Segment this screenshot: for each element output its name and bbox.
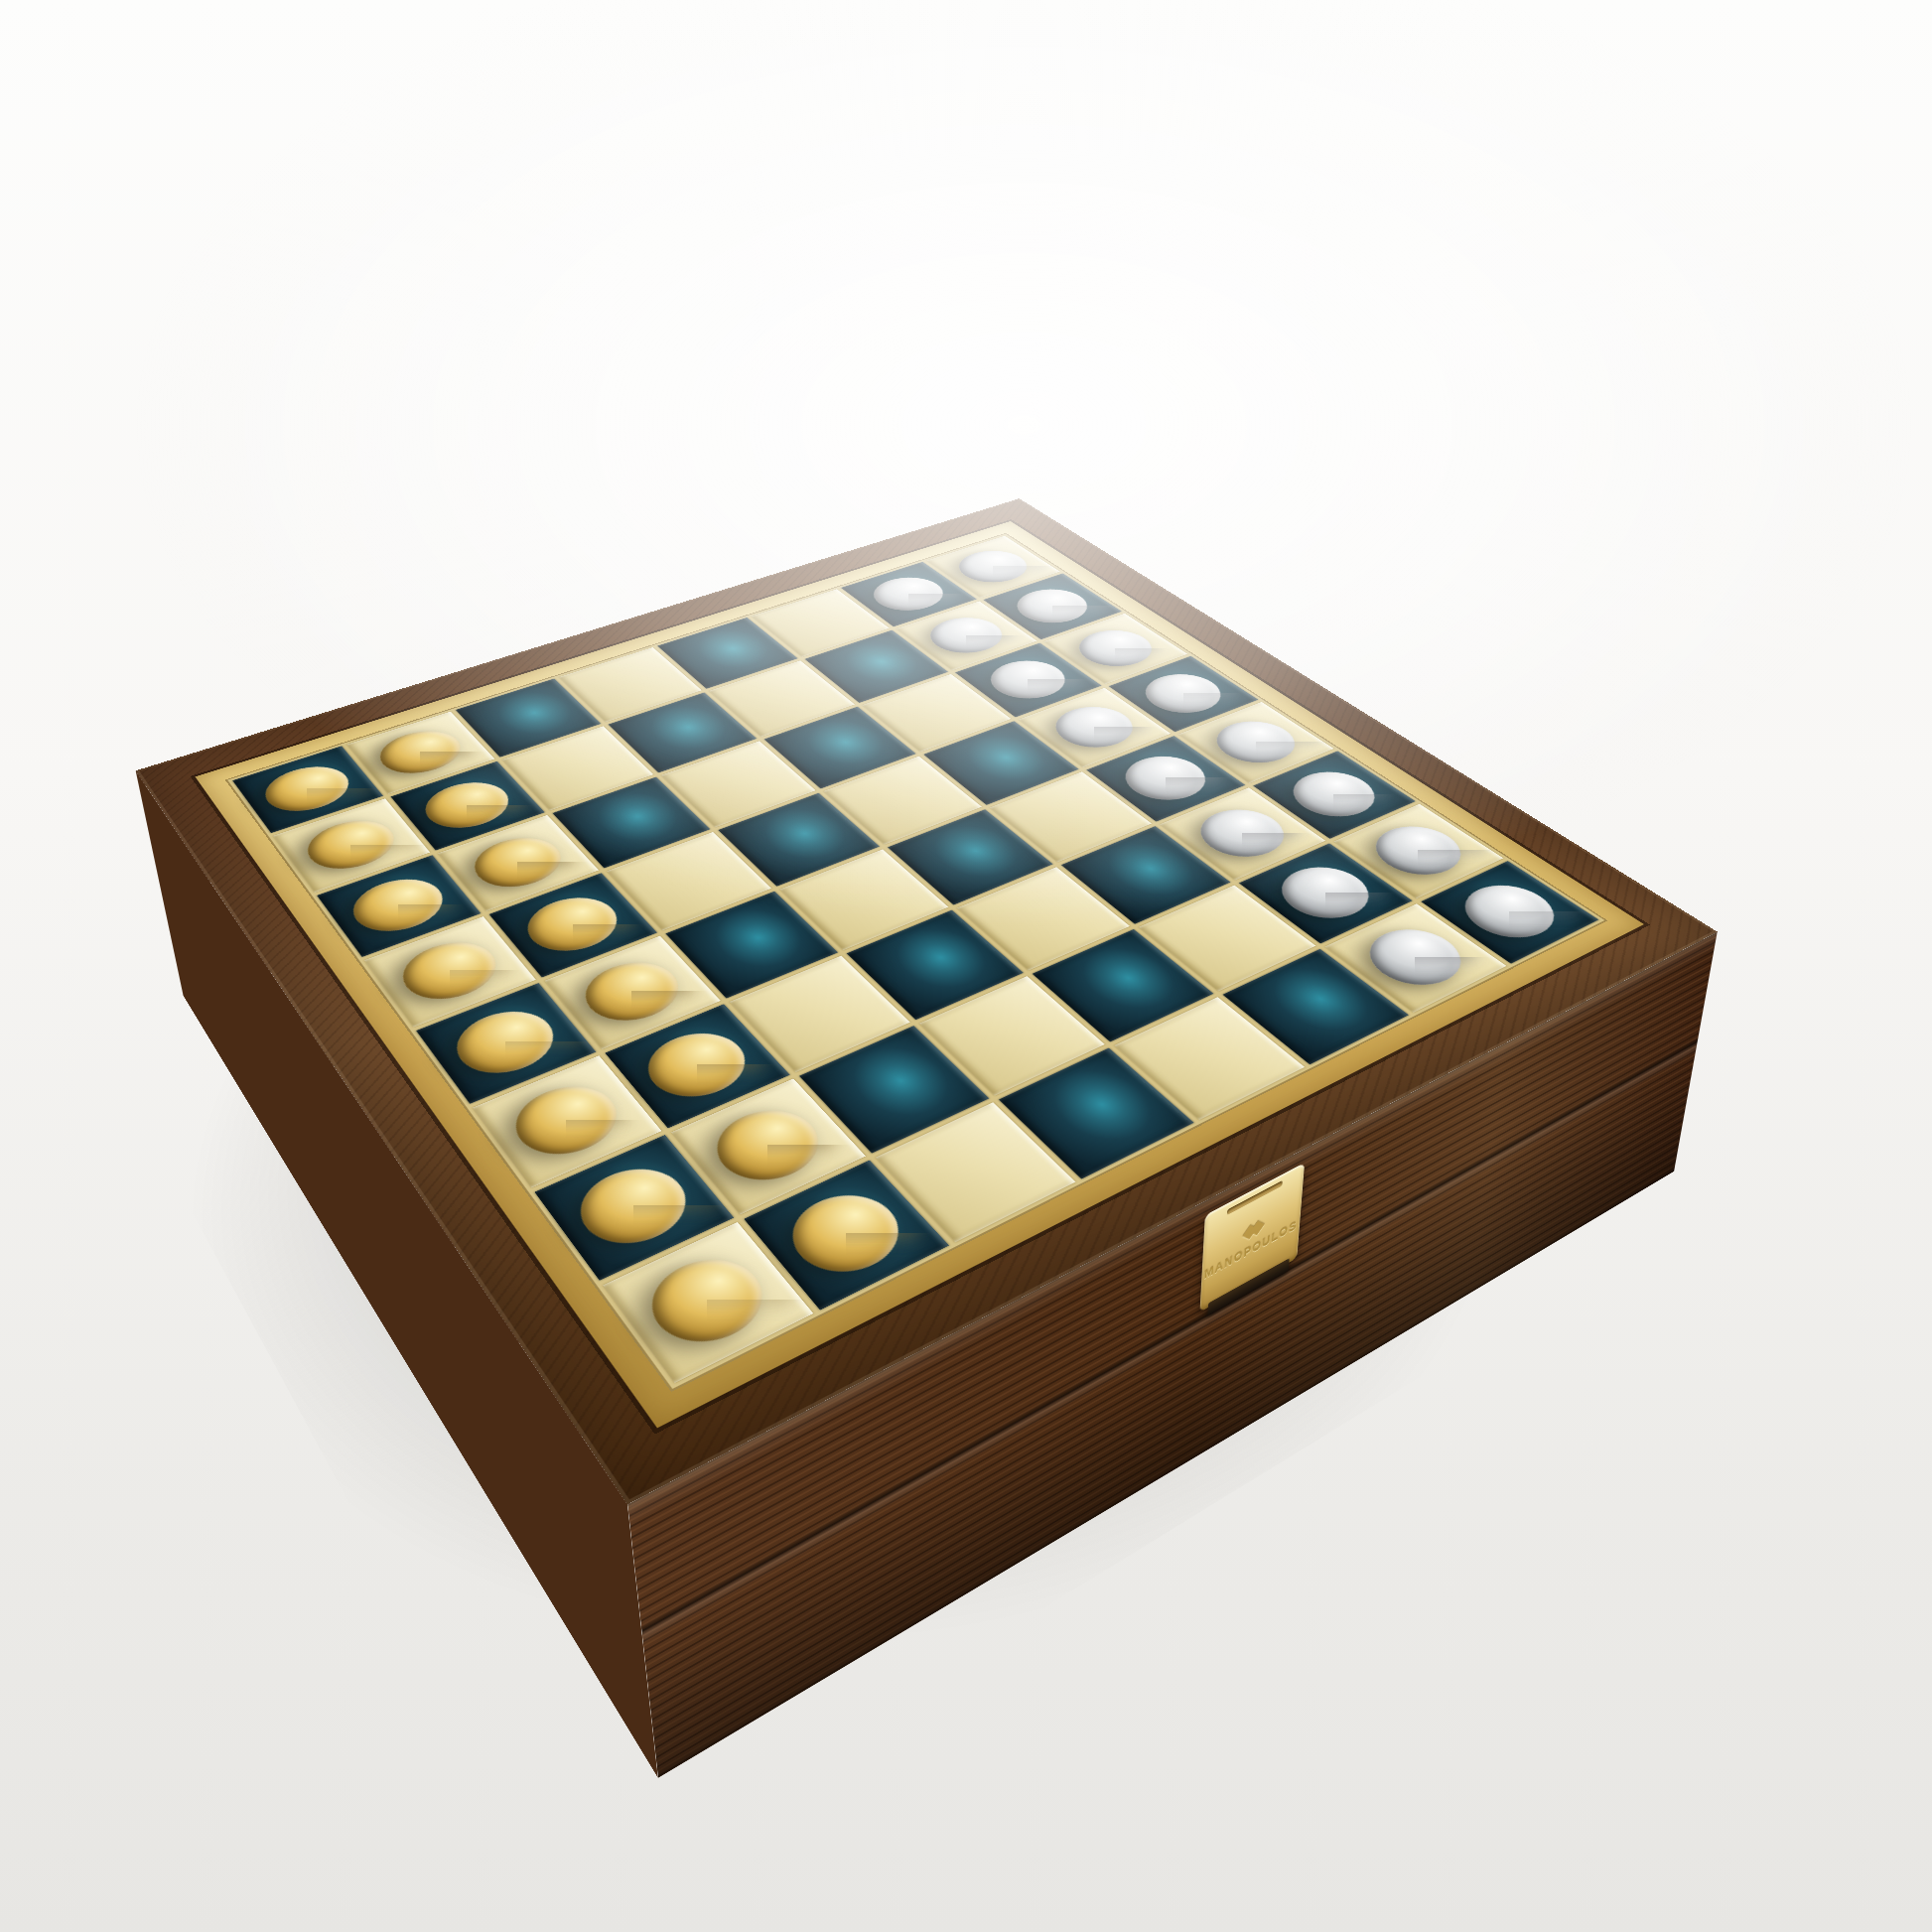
rook-icon: ♜	[583, 1054, 833, 1333]
product-photo-scene: ◆◆ MANOPOULOS ♜♞♝♛♚♝♞♜♟♟♟♟♟♟♟♟♟♟♟♟♟♟♟♟♜♞…	[0, 0, 1932, 1932]
wooden-chess-case: ◆◆ MANOPOULOS ♜♞♝♛♚♝♞♜♟♟♟♟♟♟♟♟♟♟♟♟♟♟♟♟♜♞…	[136, 498, 1718, 1504]
pawn-icon: ♟	[1329, 787, 1501, 979]
clasp-slot	[1227, 1180, 1283, 1215]
brand-logo-icon: ◆◆	[1247, 1216, 1258, 1243]
square-h1[interactable]: ♜	[603, 1222, 813, 1383]
